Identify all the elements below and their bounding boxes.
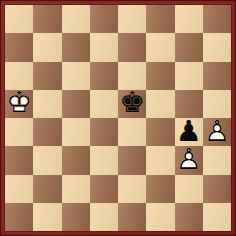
square-d2[interactable]: [90, 175, 118, 203]
square-g7[interactable]: [175, 33, 203, 61]
piece-white-pawn[interactable]: ♟♙: [175, 146, 203, 174]
white-king-glyph-outline: ♔: [5, 89, 33, 117]
square-f6[interactable]: [146, 62, 174, 90]
square-h2[interactable]: [203, 175, 231, 203]
piece-black-king[interactable]: ♚: [118, 90, 146, 118]
square-h6[interactable]: [203, 62, 231, 90]
board-frame: ♚♔♚♟♟♙♟♙: [0, 0, 236, 236]
square-c1[interactable]: [62, 203, 90, 231]
square-b6[interactable]: [33, 62, 61, 90]
square-d3[interactable]: [90, 146, 118, 174]
square-b2[interactable]: [33, 175, 61, 203]
square-c4[interactable]: [62, 118, 90, 146]
square-c8[interactable]: [62, 5, 90, 33]
square-a2[interactable]: [5, 175, 33, 203]
square-e2[interactable]: [118, 175, 146, 203]
square-c3[interactable]: [62, 146, 90, 174]
square-h7[interactable]: [203, 33, 231, 61]
square-b7[interactable]: [33, 33, 61, 61]
square-b3[interactable]: [33, 146, 61, 174]
square-h1[interactable]: [203, 203, 231, 231]
square-h8[interactable]: [203, 5, 231, 33]
square-b4[interactable]: [33, 118, 61, 146]
black-king-glyph-fill: ♚: [118, 89, 146, 117]
square-a4[interactable]: [5, 118, 33, 146]
square-d8[interactable]: [90, 5, 118, 33]
square-a8[interactable]: [5, 5, 33, 33]
black-pawn-glyph-fill: ♟: [175, 117, 203, 145]
square-e3[interactable]: [118, 146, 146, 174]
square-d5[interactable]: [90, 90, 118, 118]
square-f5[interactable]: [146, 90, 174, 118]
square-f4[interactable]: [146, 118, 174, 146]
square-b5[interactable]: [33, 90, 61, 118]
square-f8[interactable]: [146, 5, 174, 33]
piece-white-pawn[interactable]: ♟♙: [203, 118, 231, 146]
white-pawn-glyph-outline: ♙: [203, 117, 231, 145]
square-h4[interactable]: ♟♙: [203, 118, 231, 146]
square-a3[interactable]: [5, 146, 33, 174]
square-a5[interactable]: ♚♔: [5, 90, 33, 118]
square-f7[interactable]: [146, 33, 174, 61]
square-f3[interactable]: [146, 146, 174, 174]
square-g1[interactable]: [175, 203, 203, 231]
square-e7[interactable]: [118, 33, 146, 61]
square-e8[interactable]: [118, 5, 146, 33]
square-b1[interactable]: [33, 203, 61, 231]
square-a1[interactable]: [5, 203, 33, 231]
white-pawn-glyph-outline: ♙: [175, 145, 203, 173]
square-d1[interactable]: [90, 203, 118, 231]
square-g3[interactable]: ♟♙: [175, 146, 203, 174]
square-d6[interactable]: [90, 62, 118, 90]
square-c6[interactable]: [62, 62, 90, 90]
square-f1[interactable]: [146, 203, 174, 231]
square-c2[interactable]: [62, 175, 90, 203]
square-a7[interactable]: [5, 33, 33, 61]
square-d4[interactable]: [90, 118, 118, 146]
square-c7[interactable]: [62, 33, 90, 61]
chess-board: ♚♔♚♟♟♙♟♙: [5, 5, 231, 231]
square-g6[interactable]: [175, 62, 203, 90]
square-g2[interactable]: [175, 175, 203, 203]
square-e4[interactable]: [118, 118, 146, 146]
square-b8[interactable]: [33, 5, 61, 33]
square-e1[interactable]: [118, 203, 146, 231]
square-h3[interactable]: [203, 146, 231, 174]
piece-white-king[interactable]: ♚♔: [5, 90, 33, 118]
square-e5[interactable]: ♚: [118, 90, 146, 118]
square-g8[interactable]: [175, 5, 203, 33]
square-c5[interactable]: [62, 90, 90, 118]
square-d7[interactable]: [90, 33, 118, 61]
square-f2[interactable]: [146, 175, 174, 203]
